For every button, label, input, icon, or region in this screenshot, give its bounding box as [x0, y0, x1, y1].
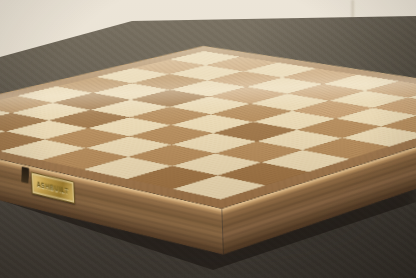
brand-plaque-label: ASHBUILT: [37, 180, 69, 195]
plaque-notch: [21, 167, 29, 184]
scene: ASHBUILT: [0, 0, 416, 278]
chess-board: ASHBUILT: [0, 0, 416, 278]
brand-plaque: ASHBUILT: [31, 172, 75, 204]
chess-board-3d: ASHBUILT: [0, 46, 416, 209]
